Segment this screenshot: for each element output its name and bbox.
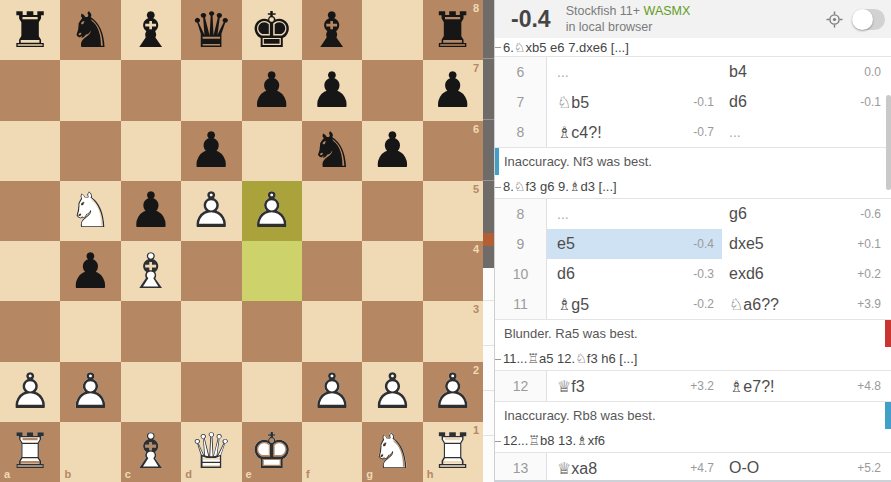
square-e3[interactable] bbox=[242, 301, 302, 361]
piece-white-pawn: ♟♙ bbox=[362, 362, 422, 422]
piece-white-knight: ♞♘ bbox=[60, 181, 120, 241]
engine-name: Stockfish 11+ bbox=[566, 4, 640, 18]
rank-label: 7 bbox=[473, 63, 479, 74]
move-eval: +0.1 bbox=[857, 237, 881, 251]
move-san: ♕xa8 bbox=[557, 459, 690, 478]
piece-white-pawn: ♟♙ bbox=[0, 362, 60, 422]
move-san: ♗g5 bbox=[557, 295, 693, 314]
gauge-black-share bbox=[483, 0, 494, 268]
variation-line[interactable]: 11...♖a5 12.♘f3 h6 [...] bbox=[495, 347, 891, 371]
piece-black-pawn: ♟ bbox=[302, 60, 362, 120]
move-list-scrollbar-thumb[interactable] bbox=[886, 95, 891, 190]
variation-tick bbox=[495, 47, 501, 48]
square-h4[interactable]: 4 bbox=[423, 241, 483, 301]
square-d1[interactable]: ♛♕d bbox=[181, 422, 241, 482]
square-d5[interactable]: ♟♙ bbox=[181, 181, 241, 241]
piece-black-pawn: ♟ bbox=[181, 121, 241, 181]
square-g4[interactable] bbox=[362, 241, 422, 301]
piece-white-bishop: ♝♗ bbox=[121, 241, 181, 301]
square-h1[interactable]: ♜♖1h bbox=[423, 422, 483, 482]
move-san: ♕f3 bbox=[557, 377, 690, 396]
blunder-marker bbox=[885, 320, 891, 347]
move-number: 10 bbox=[495, 259, 547, 289]
gauge-tick bbox=[483, 435, 494, 436]
judgment-text: Blunder. Ra5 was best. bbox=[504, 326, 638, 341]
square-d4[interactable] bbox=[181, 241, 241, 301]
move-eval: +3.2 bbox=[690, 379, 714, 393]
file-label: e bbox=[246, 469, 252, 480]
move-eval: +4.7 bbox=[690, 461, 714, 475]
square-d3[interactable] bbox=[181, 301, 241, 361]
black-move-cell[interactable]: O-O+5.2 bbox=[722, 453, 891, 480]
square-c5[interactable]: ♟ bbox=[121, 181, 181, 241]
piece-black-rook: ♜ bbox=[0, 0, 60, 60]
white-move-cell[interactable]: ... bbox=[547, 57, 722, 87]
piece-black-knight: ♞ bbox=[302, 121, 362, 181]
move-eval: 0.0 bbox=[864, 65, 881, 79]
rank-label: 6 bbox=[473, 124, 479, 135]
move-number: 6 bbox=[495, 57, 547, 87]
move-eval: -0.3 bbox=[693, 267, 714, 281]
square-b6[interactable] bbox=[60, 121, 120, 181]
move-row: 6...b40.0 bbox=[495, 57, 891, 87]
white-move-cell[interactable]: ♗c4?!-0.7 bbox=[547, 117, 722, 147]
move-number: 12 bbox=[495, 371, 547, 401]
square-h3[interactable]: 3 bbox=[423, 301, 483, 361]
square-b7[interactable] bbox=[60, 60, 120, 120]
square-a3[interactable] bbox=[0, 301, 60, 361]
square-e2[interactable] bbox=[242, 362, 302, 422]
move-row: 8...g6-0.6 bbox=[495, 199, 891, 229]
move-san: dxe5 bbox=[729, 235, 857, 253]
white-move-cell[interactable]: e5-0.4 bbox=[547, 229, 722, 259]
black-move-cell[interactable]: exd6+0.2 bbox=[722, 259, 891, 289]
variation-line[interactable]: 8.♘f3 g6 9.♗d3 [...] bbox=[495, 175, 891, 199]
square-g3[interactable] bbox=[362, 301, 422, 361]
file-label: d bbox=[185, 469, 192, 480]
gauge-tick bbox=[483, 300, 494, 301]
piece-black-pawn: ♟ bbox=[121, 181, 181, 241]
square-e8[interactable]: ♚ bbox=[242, 0, 302, 60]
square-b1[interactable]: b bbox=[60, 422, 120, 482]
move-san: d6 bbox=[729, 93, 860, 111]
move-row: 12♕f3+3.2♗e7?!+4.8 bbox=[495, 371, 891, 401]
gauge-tick bbox=[483, 345, 494, 346]
variation-text: 8.♘f3 g6 9.♗d3 [...] bbox=[503, 179, 617, 194]
piece-white-pawn: ♟♙ bbox=[302, 362, 362, 422]
move-san: d6 bbox=[557, 265, 693, 283]
move-eval: -0.2 bbox=[693, 297, 714, 311]
square-a4[interactable] bbox=[0, 241, 60, 301]
engine-header: -0.4 Stockfish 11+ WASMX in local browse… bbox=[495, 0, 891, 38]
square-b8[interactable]: ♞ bbox=[60, 0, 120, 60]
move-eval: -0.7 bbox=[693, 125, 714, 139]
file-label: a bbox=[4, 469, 10, 480]
judgment-text: Inaccuracy. Nf3 was best. bbox=[504, 154, 652, 169]
file-label: h bbox=[427, 469, 434, 480]
square-b4[interactable]: ♟ bbox=[60, 241, 120, 301]
white-move-cell[interactable]: d6-0.3 bbox=[547, 259, 722, 289]
white-move-cell[interactable]: ♗g5-0.2 bbox=[547, 289, 722, 319]
chess-board[interactable]: ♜♞♝♛♚♝♜8♟♟♟7♟♞♟6♞♘♟♟♙♟♙5♟♝♗43♟♙♟♙♟♙♟♙♟♙2… bbox=[0, 0, 483, 482]
move-eval: +5.2 bbox=[857, 461, 881, 475]
square-f5[interactable] bbox=[302, 181, 362, 241]
file-label: b bbox=[64, 469, 71, 480]
move-number: 7 bbox=[495, 87, 547, 117]
square-d6[interactable]: ♟ bbox=[181, 121, 241, 181]
eval-gauge bbox=[483, 0, 495, 482]
square-g6[interactable]: ♟ bbox=[362, 121, 422, 181]
black-move-cell[interactable]: ♗e7?!+4.8 bbox=[722, 371, 891, 401]
black-move-cell[interactable]: ... bbox=[722, 117, 891, 147]
square-b5[interactable]: ♞♘ bbox=[60, 181, 120, 241]
engine-location: in local browser bbox=[566, 19, 826, 35]
move-san: ♘b5 bbox=[557, 93, 693, 112]
variation-line[interactable]: 12...♖b8 13.♗xf6 bbox=[495, 429, 891, 453]
move-number: 8 bbox=[495, 117, 547, 147]
move-san: ♗e7?! bbox=[729, 377, 857, 396]
rank-label: 2 bbox=[473, 365, 479, 376]
move-eval: -0.1 bbox=[860, 95, 881, 109]
square-e1[interactable]: ♚♔e bbox=[242, 422, 302, 482]
move-san: ... bbox=[557, 206, 714, 222]
square-c1[interactable]: ♝♗c bbox=[121, 422, 181, 482]
analysis-app: ♜♞♝♛♚♝♜8♟♟♟7♟♞♟6♞♘♟♟♙♟♙5♟♝♗43♟♙♟♙♟♙♟♙♟♙2… bbox=[0, 0, 891, 482]
piece-black-pawn: ♟ bbox=[60, 241, 120, 301]
piece-black-knight: ♞ bbox=[60, 0, 120, 60]
square-h5[interactable]: 5 bbox=[423, 181, 483, 241]
square-g1[interactable]: ♞♘g bbox=[362, 422, 422, 482]
move-san: e5 bbox=[557, 235, 693, 253]
move-eval: +0.2 bbox=[857, 267, 881, 281]
square-c3[interactable] bbox=[121, 301, 181, 361]
move-san: g6 bbox=[729, 205, 860, 223]
move-san: ♗c4?! bbox=[557, 123, 693, 142]
square-d2[interactable] bbox=[181, 362, 241, 422]
file-label: g bbox=[366, 469, 373, 480]
engine-toggle-knob bbox=[852, 9, 873, 30]
engine-tech: WASMX bbox=[644, 4, 691, 18]
gauge-tick bbox=[483, 119, 494, 120]
file-label: f bbox=[306, 469, 310, 480]
square-h2[interactable]: ♟♙2 bbox=[423, 362, 483, 422]
file-label: c bbox=[125, 469, 131, 480]
inaccuracy-marker bbox=[495, 148, 499, 175]
variation-tick bbox=[495, 187, 501, 188]
square-h8[interactable]: ♜8 bbox=[423, 0, 483, 60]
square-f6[interactable]: ♞ bbox=[302, 121, 362, 181]
square-h7[interactable]: ♟7 bbox=[423, 60, 483, 120]
square-b3[interactable] bbox=[60, 301, 120, 361]
square-f8[interactable]: ♝ bbox=[302, 0, 362, 60]
crosshair-icon[interactable] bbox=[826, 11, 843, 28]
square-f1[interactable]: f bbox=[302, 422, 362, 482]
square-b2[interactable]: ♟♙ bbox=[60, 362, 120, 422]
inaccuracy-marker bbox=[885, 402, 891, 429]
rank-label: 4 bbox=[473, 244, 479, 255]
judgment-comment: Inaccuracy. Rb8 was best. bbox=[495, 401, 891, 429]
piece-white-pawn: ♟♙ bbox=[242, 181, 302, 241]
variation-text: 6.♘xb5 e6 7.dxe6 [...] bbox=[503, 40, 629, 55]
variation-line[interactable]: 6.♘xb5 e6 7.dxe6 [...] bbox=[495, 38, 891, 57]
engine-panel: -0.4 Stockfish 11+ WASMX in local browse… bbox=[495, 0, 891, 482]
move-row: 9e5-0.4dxe5+0.1 bbox=[495, 229, 891, 259]
square-a2[interactable]: ♟♙ bbox=[0, 362, 60, 422]
piece-black-king: ♚ bbox=[242, 0, 302, 60]
move-eval: -0.1 bbox=[693, 95, 714, 109]
move-san: b4 bbox=[729, 63, 864, 81]
move-number: 11 bbox=[495, 289, 547, 319]
gauge-tick bbox=[483, 180, 494, 181]
piece-black-pawn: ♟ bbox=[242, 60, 302, 120]
square-e7[interactable]: ♟ bbox=[242, 60, 302, 120]
piece-white-pawn: ♟♙ bbox=[181, 181, 241, 241]
square-d7[interactable] bbox=[181, 60, 241, 120]
eval-score: -0.4 bbox=[495, 6, 566, 33]
engine-info: Stockfish 11+ WASMX in local browser bbox=[566, 3, 826, 36]
square-e4[interactable] bbox=[242, 241, 302, 301]
square-f4[interactable] bbox=[302, 241, 362, 301]
move-number: 8 bbox=[495, 199, 547, 229]
engine-toggle[interactable] bbox=[852, 9, 885, 30]
piece-white-pawn: ♟♙ bbox=[60, 362, 120, 422]
white-move-cell[interactable]: ♕f3+3.2 bbox=[547, 371, 722, 401]
square-a6[interactable] bbox=[0, 121, 60, 181]
square-a7[interactable] bbox=[0, 60, 60, 120]
variation-text: 11...♖a5 12.♘f3 h6 [...] bbox=[503, 351, 637, 366]
square-f7[interactable]: ♟ bbox=[302, 60, 362, 120]
move-san: ♘a6?? bbox=[729, 295, 857, 314]
square-c6[interactable] bbox=[121, 121, 181, 181]
gauge-zero-marker bbox=[483, 233, 494, 246]
square-g7[interactable] bbox=[362, 60, 422, 120]
square-a1[interactable]: ♜♖a bbox=[0, 422, 60, 482]
rank-label: 8 bbox=[473, 3, 479, 14]
black-move-cell[interactable]: d6-0.1 bbox=[722, 87, 891, 117]
black-move-cell[interactable]: dxe5+0.1 bbox=[722, 229, 891, 259]
move-eval: -0.6 bbox=[860, 207, 881, 221]
move-san: ... bbox=[557, 64, 714, 80]
move-eval: +3.9 bbox=[857, 297, 881, 311]
white-move-cell[interactable]: ♘b5-0.1 bbox=[547, 87, 722, 117]
square-c4[interactable]: ♝♗ bbox=[121, 241, 181, 301]
move-eval: -0.4 bbox=[693, 237, 714, 251]
square-d8[interactable]: ♛ bbox=[181, 0, 241, 60]
piece-black-pawn: ♟ bbox=[362, 121, 422, 181]
square-a5[interactable] bbox=[0, 181, 60, 241]
variation-text: 12...♖b8 13.♗xf6 bbox=[503, 433, 605, 448]
square-f3[interactable] bbox=[302, 301, 362, 361]
gauge-tick bbox=[483, 58, 494, 59]
piece-black-bishop: ♝ bbox=[302, 0, 362, 60]
move-row: 8♗c4?!-0.7... bbox=[495, 117, 891, 147]
piece-black-queen: ♛ bbox=[181, 0, 241, 60]
move-san: ... bbox=[729, 124, 881, 140]
black-move-cell[interactable]: g6-0.6 bbox=[722, 199, 891, 229]
square-c7[interactable] bbox=[121, 60, 181, 120]
judgment-comment: Inaccuracy. Nf3 was best. bbox=[495, 147, 891, 175]
variation-tick bbox=[495, 359, 501, 360]
move-san: exd6 bbox=[729, 265, 857, 283]
move-eval: +4.8 bbox=[857, 379, 881, 393]
move-row: 7♘b5-0.1d6-0.1 bbox=[495, 87, 891, 117]
move-number: 9 bbox=[495, 229, 547, 259]
square-c2[interactable] bbox=[121, 362, 181, 422]
piece-black-bishop: ♝ bbox=[121, 0, 181, 60]
move-row: 10d6-0.3exd6+0.2 bbox=[495, 259, 891, 289]
white-move-cell[interactable]: ♕xa8+4.7 bbox=[547, 453, 722, 480]
black-move-cell[interactable]: b40.0 bbox=[722, 57, 891, 87]
square-e6[interactable] bbox=[242, 121, 302, 181]
white-move-cell[interactable]: ... bbox=[547, 199, 722, 229]
move-list: 6.♘xb5 e6 7.dxe6 [...]6...b40.07♘b5-0.1d… bbox=[495, 38, 891, 480]
rank-label: 3 bbox=[473, 304, 479, 315]
move-number: 13 bbox=[495, 453, 547, 480]
move-row: 13♕xa8+4.7O-O+5.2 bbox=[495, 453, 891, 480]
variation-tick bbox=[495, 441, 501, 442]
square-e5[interactable]: ♟♙ bbox=[242, 181, 302, 241]
judgment-text: Inaccuracy. Rb8 was best. bbox=[504, 408, 656, 423]
square-g8[interactable] bbox=[362, 0, 422, 60]
square-g2[interactable]: ♟♙ bbox=[362, 362, 422, 422]
square-a8[interactable]: ♜ bbox=[0, 0, 60, 60]
move-row: 11♗g5-0.2♘a6??+3.9 bbox=[495, 289, 891, 319]
rank-label: 1 bbox=[473, 425, 479, 436]
square-f2[interactable]: ♟♙ bbox=[302, 362, 362, 422]
square-c8[interactable]: ♝ bbox=[121, 0, 181, 60]
rank-label: 5 bbox=[473, 184, 479, 195]
black-move-cell[interactable]: ♘a6??+3.9 bbox=[722, 289, 891, 319]
move-san: O-O bbox=[729, 459, 857, 477]
square-g5[interactable] bbox=[362, 181, 422, 241]
gauge-tick bbox=[483, 390, 494, 391]
square-h6[interactable]: 6 bbox=[423, 121, 483, 181]
judgment-comment: Blunder. Ra5 was best. bbox=[495, 319, 891, 347]
